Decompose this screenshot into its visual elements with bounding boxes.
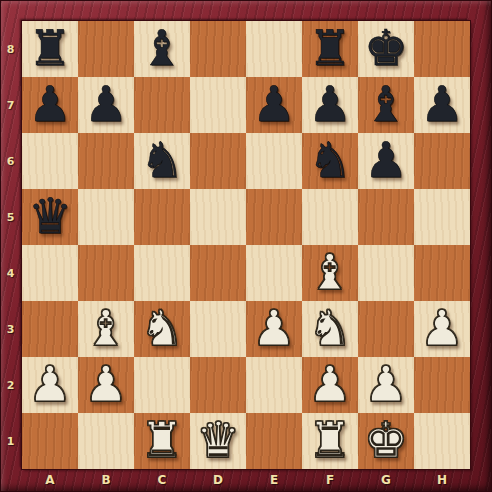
piece-white-pawn[interactable]: ♟ [22,357,78,413]
square-h4[interactable] [414,245,470,301]
square-d3[interactable] [190,301,246,357]
square-c1[interactable]: ♜ [134,413,190,469]
square-h1[interactable] [414,413,470,469]
rank-label-3: 3 [0,301,21,357]
square-f6[interactable]: ♞ [302,133,358,189]
file-label-f: F [302,470,358,490]
piece-black-bishop[interactable]: ♝ [134,21,190,77]
square-a2[interactable]: ♟ [22,357,78,413]
square-e6[interactable] [246,133,302,189]
square-b4[interactable] [78,245,134,301]
rank-label-4: 4 [0,245,21,301]
square-b3[interactable]: ♝ [78,301,134,357]
piece-white-rook[interactable]: ♜ [302,413,358,469]
square-c7[interactable] [134,77,190,133]
square-h7[interactable]: ♟ [414,77,470,133]
piece-black-knight[interactable]: ♞ [302,133,358,189]
square-g7[interactable]: ♝ [358,77,414,133]
rank-label-1: 1 [0,413,21,469]
piece-black-king[interactable]: ♚ [358,21,414,77]
piece-black-pawn[interactable]: ♟ [246,77,302,133]
piece-white-rook[interactable]: ♜ [134,413,190,469]
square-g3[interactable] [358,301,414,357]
square-b8[interactable] [78,21,134,77]
square-c8[interactable]: ♝ [134,21,190,77]
square-g4[interactable] [358,245,414,301]
piece-white-pawn[interactable]: ♟ [358,357,414,413]
chess-board: ♜♝♜♚♟♟♟♟♝♟♞♞♟♛♝♝♞♟♞♟♟♟♟♟♜♛♜♚ [22,21,470,469]
rank-label-2: 2 [0,357,21,413]
piece-black-pawn[interactable]: ♟ [414,77,470,133]
square-f2[interactable]: ♟ [302,357,358,413]
square-e5[interactable] [246,189,302,245]
file-label-a: A [22,470,78,490]
piece-white-pawn[interactable]: ♟ [302,357,358,413]
rank-label-6: 6 [0,133,21,189]
square-d2[interactable] [190,357,246,413]
square-h3[interactable]: ♟ [414,301,470,357]
square-b6[interactable] [78,133,134,189]
file-label-g: G [358,470,414,490]
square-c3[interactable]: ♞ [134,301,190,357]
rank-label-8: 8 [0,21,21,77]
square-d7[interactable] [190,77,246,133]
square-g1[interactable]: ♚ [358,413,414,469]
piece-white-pawn[interactable]: ♟ [78,357,134,413]
square-h6[interactable] [414,133,470,189]
piece-white-bishop[interactable]: ♝ [302,245,358,301]
square-e2[interactable] [246,357,302,413]
piece-black-pawn[interactable]: ♟ [78,77,134,133]
square-b5[interactable] [78,189,134,245]
square-g8[interactable]: ♚ [358,21,414,77]
square-d6[interactable] [190,133,246,189]
square-a7[interactable]: ♟ [22,77,78,133]
square-a4[interactable] [22,245,78,301]
square-c5[interactable] [134,189,190,245]
square-f1[interactable]: ♜ [302,413,358,469]
square-b7[interactable]: ♟ [78,77,134,133]
square-a1[interactable] [22,413,78,469]
rank-label-5: 5 [0,189,21,245]
square-f8[interactable]: ♜ [302,21,358,77]
file-label-e: E [246,470,302,490]
square-e3[interactable]: ♟ [246,301,302,357]
piece-white-king[interactable]: ♚ [358,413,414,469]
piece-white-bishop[interactable]: ♝ [78,301,134,357]
piece-black-knight[interactable]: ♞ [134,133,190,189]
square-f5[interactable] [302,189,358,245]
square-a8[interactable]: ♜ [22,21,78,77]
file-label-d: D [190,470,246,490]
square-g2[interactable]: ♟ [358,357,414,413]
square-d1[interactable]: ♛ [190,413,246,469]
square-f4[interactable]: ♝ [302,245,358,301]
square-e4[interactable] [246,245,302,301]
piece-black-bishop[interactable]: ♝ [358,77,414,133]
square-e1[interactable] [246,413,302,469]
square-f7[interactable]: ♟ [302,77,358,133]
square-g5[interactable] [358,189,414,245]
piece-black-pawn[interactable]: ♟ [302,77,358,133]
chess-board-frame: ♜♝♜♚♟♟♟♟♝♟♞♞♟♛♝♝♞♟♞♟♟♟♟♟♜♛♜♚ 87654321 AB… [0,0,492,492]
square-b1[interactable] [78,413,134,469]
piece-black-queen[interactable]: ♛ [22,189,78,245]
square-a6[interactable] [22,133,78,189]
square-b2[interactable]: ♟ [78,357,134,413]
square-e8[interactable] [246,21,302,77]
square-h8[interactable] [414,21,470,77]
square-a3[interactable] [22,301,78,357]
square-h5[interactable] [414,189,470,245]
square-h2[interactable] [414,357,470,413]
square-d8[interactable] [190,21,246,77]
piece-white-knight[interactable]: ♞ [302,301,358,357]
piece-black-rook[interactable]: ♜ [302,21,358,77]
rank-label-7: 7 [0,77,21,133]
file-label-c: C [134,470,190,490]
piece-black-pawn[interactable]: ♟ [22,77,78,133]
square-c6[interactable]: ♞ [134,133,190,189]
file-label-b: B [78,470,134,490]
square-c2[interactable] [134,357,190,413]
square-a5[interactable]: ♛ [22,189,78,245]
square-g6[interactable]: ♟ [358,133,414,189]
square-d4[interactable] [190,245,246,301]
piece-white-queen[interactable]: ♛ [190,413,246,469]
square-c4[interactable] [134,245,190,301]
piece-white-pawn[interactable]: ♟ [246,301,302,357]
piece-white-pawn[interactable]: ♟ [414,301,470,357]
piece-white-knight[interactable]: ♞ [134,301,190,357]
piece-black-pawn[interactable]: ♟ [358,133,414,189]
square-f3[interactable]: ♞ [302,301,358,357]
square-d5[interactable] [190,189,246,245]
file-label-h: H [414,470,470,490]
square-e7[interactable]: ♟ [246,77,302,133]
piece-black-rook[interactable]: ♜ [22,21,78,77]
